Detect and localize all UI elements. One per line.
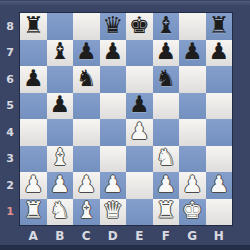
square-g2[interactable]: ♟ bbox=[179, 172, 206, 199]
piece-black-bishop-b7[interactable]: ♝ bbox=[49, 40, 70, 63]
square-b3[interactable]: ♝ bbox=[47, 146, 74, 173]
square-g5[interactable] bbox=[179, 93, 206, 120]
rank-label-3: 3 bbox=[0, 146, 19, 173]
square-h2[interactable]: ♟ bbox=[206, 172, 233, 199]
chess-board: ♜♛♚♝♜♝♟♟♟♟♟♟♞♞♟♟♟♝♞♟♟♟♟♟♟♟♜♞♝♛♜♚ bbox=[20, 13, 232, 225]
square-h3[interactable] bbox=[206, 146, 233, 173]
square-f3[interactable]: ♞ bbox=[153, 146, 180, 173]
rank-label-5: 5 bbox=[0, 93, 19, 120]
square-d2[interactable]: ♟ bbox=[100, 172, 127, 199]
rank-label-8: 8 bbox=[0, 13, 19, 40]
square-g8[interactable] bbox=[179, 13, 206, 40]
piece-white-bishop-c1[interactable]: ♝ bbox=[76, 199, 97, 222]
file-label-f: F bbox=[153, 228, 180, 244]
square-f2[interactable]: ♟ bbox=[153, 172, 180, 199]
piece-black-pawn-b5[interactable]: ♟ bbox=[49, 93, 70, 116]
square-a3[interactable] bbox=[20, 146, 47, 173]
square-a2[interactable]: ♟ bbox=[20, 172, 47, 199]
square-f5[interactable] bbox=[153, 93, 180, 120]
square-h7[interactable]: ♟ bbox=[206, 40, 233, 67]
square-c1[interactable]: ♝ bbox=[73, 199, 100, 226]
file-label-g: G bbox=[179, 228, 206, 244]
rank-label-6: 6 bbox=[0, 66, 19, 93]
piece-white-pawn-c2[interactable]: ♟ bbox=[76, 173, 97, 196]
square-g1[interactable]: ♚ bbox=[179, 199, 206, 226]
piece-white-pawn-f2[interactable]: ♟ bbox=[155, 173, 176, 196]
file-label-d: D bbox=[100, 228, 127, 244]
square-e1[interactable] bbox=[126, 199, 153, 226]
square-d8[interactable]: ♛ bbox=[100, 13, 127, 40]
square-c3[interactable] bbox=[73, 146, 100, 173]
piece-black-pawn-g7[interactable]: ♟ bbox=[182, 40, 203, 63]
piece-black-rook-a8[interactable]: ♜ bbox=[23, 14, 44, 37]
piece-white-pawn-e4[interactable]: ♟ bbox=[129, 120, 150, 143]
piece-black-king-e8[interactable]: ♚ bbox=[129, 14, 150, 37]
piece-white-pawn-a2[interactable]: ♟ bbox=[23, 173, 44, 196]
piece-black-pawn-c7[interactable]: ♟ bbox=[76, 40, 97, 63]
rank-label-2: 2 bbox=[0, 172, 19, 199]
square-e6[interactable] bbox=[126, 66, 153, 93]
square-d5[interactable] bbox=[100, 93, 127, 120]
border-top-highlight bbox=[0, 1, 250, 6]
file-label-e: E bbox=[126, 228, 153, 244]
piece-white-rook-f1[interactable]: ♜ bbox=[155, 199, 176, 222]
rank-coordinates: 87654321 bbox=[0, 13, 19, 225]
piece-white-pawn-h2[interactable]: ♟ bbox=[208, 173, 229, 196]
piece-white-pawn-b2[interactable]: ♟ bbox=[49, 173, 70, 196]
file-label-b: B bbox=[47, 228, 74, 244]
piece-black-pawn-f7[interactable]: ♟ bbox=[155, 40, 176, 63]
square-g3[interactable] bbox=[179, 146, 206, 173]
rank-label-7: 7 bbox=[0, 40, 19, 67]
piece-white-knight-b1[interactable]: ♞ bbox=[49, 199, 70, 222]
square-d1[interactable]: ♛ bbox=[100, 199, 127, 226]
square-d6[interactable] bbox=[100, 66, 127, 93]
square-c2[interactable]: ♟ bbox=[73, 172, 100, 199]
piece-black-pawn-h7[interactable]: ♟ bbox=[208, 40, 229, 63]
square-h4[interactable] bbox=[206, 119, 233, 146]
square-d7[interactable]: ♟ bbox=[100, 40, 127, 67]
piece-white-knight-f3[interactable]: ♞ bbox=[155, 146, 176, 169]
square-b8[interactable] bbox=[47, 13, 74, 40]
square-f6[interactable]: ♞ bbox=[153, 66, 180, 93]
square-g6[interactable] bbox=[179, 66, 206, 93]
square-b2[interactable]: ♟ bbox=[47, 172, 74, 199]
square-h8[interactable]: ♜ bbox=[206, 13, 233, 40]
piece-white-pawn-g2[interactable]: ♟ bbox=[182, 173, 203, 196]
square-d3[interactable] bbox=[100, 146, 127, 173]
square-f8[interactable]: ♝ bbox=[153, 13, 180, 40]
square-h1[interactable] bbox=[206, 199, 233, 226]
square-c6[interactable]: ♞ bbox=[73, 66, 100, 93]
square-e3[interactable] bbox=[126, 146, 153, 173]
square-e2[interactable] bbox=[126, 172, 153, 199]
square-b1[interactable]: ♞ bbox=[47, 199, 74, 226]
square-d4[interactable] bbox=[100, 119, 127, 146]
chess-diagram: 87654321 ♜♛♚♝♜♝♟♟♟♟♟♟♞♞♟♟♟♝♞♟♟♟♟♟♟♟♜♞♝♛♜… bbox=[0, 0, 250, 250]
piece-black-bishop-f8[interactable]: ♝ bbox=[155, 14, 176, 37]
square-a7[interactable] bbox=[20, 40, 47, 67]
file-coordinates: ABCDEFGH bbox=[20, 228, 232, 244]
square-a1[interactable]: ♜ bbox=[20, 199, 47, 226]
piece-black-pawn-e5[interactable]: ♟ bbox=[129, 93, 150, 116]
piece-black-queen-d8[interactable]: ♛ bbox=[102, 14, 123, 37]
border-bottom-strip bbox=[0, 245, 250, 250]
square-e5[interactable]: ♟ bbox=[126, 93, 153, 120]
square-e8[interactable]: ♚ bbox=[126, 13, 153, 40]
square-b5[interactable]: ♟ bbox=[47, 93, 74, 120]
square-c8[interactable] bbox=[73, 13, 100, 40]
piece-black-knight-c6[interactable]: ♞ bbox=[76, 67, 97, 90]
piece-white-bishop-b3[interactable]: ♝ bbox=[49, 146, 70, 169]
square-c7[interactable]: ♟ bbox=[73, 40, 100, 67]
square-a6[interactable]: ♟ bbox=[20, 66, 47, 93]
square-c4[interactable] bbox=[73, 119, 100, 146]
file-label-a: A bbox=[20, 228, 47, 244]
square-h6[interactable] bbox=[206, 66, 233, 93]
square-b7[interactable]: ♝ bbox=[47, 40, 74, 67]
square-f1[interactable]: ♜ bbox=[153, 199, 180, 226]
square-b6[interactable] bbox=[47, 66, 74, 93]
square-g4[interactable] bbox=[179, 119, 206, 146]
piece-black-pawn-a6[interactable]: ♟ bbox=[23, 67, 44, 90]
square-g7[interactable]: ♟ bbox=[179, 40, 206, 67]
square-a4[interactable] bbox=[20, 119, 47, 146]
piece-black-rook-h8[interactable]: ♜ bbox=[208, 14, 229, 37]
file-label-h: H bbox=[206, 228, 233, 244]
piece-black-knight-f6[interactable]: ♞ bbox=[155, 67, 176, 90]
rank-label-4: 4 bbox=[0, 119, 19, 146]
square-f7[interactable]: ♟ bbox=[153, 40, 180, 67]
square-f4[interactable] bbox=[153, 119, 180, 146]
piece-white-pawn-d2[interactable]: ♟ bbox=[102, 173, 123, 196]
rank-label-1: 1 bbox=[0, 199, 19, 226]
piece-white-rook-a1[interactable]: ♜ bbox=[23, 199, 44, 222]
piece-black-pawn-d7[interactable]: ♟ bbox=[102, 40, 123, 63]
square-a8[interactable]: ♜ bbox=[20, 13, 47, 40]
square-c5[interactable] bbox=[73, 93, 100, 120]
square-e7[interactable] bbox=[126, 40, 153, 67]
piece-white-king-g1[interactable]: ♚ bbox=[182, 199, 203, 222]
file-label-c: C bbox=[73, 228, 100, 244]
square-b4[interactable] bbox=[47, 119, 74, 146]
square-a5[interactable] bbox=[20, 93, 47, 120]
piece-white-queen-d1[interactable]: ♛ bbox=[102, 199, 123, 222]
square-e4[interactable]: ♟ bbox=[126, 119, 153, 146]
square-h5[interactable] bbox=[206, 93, 233, 120]
